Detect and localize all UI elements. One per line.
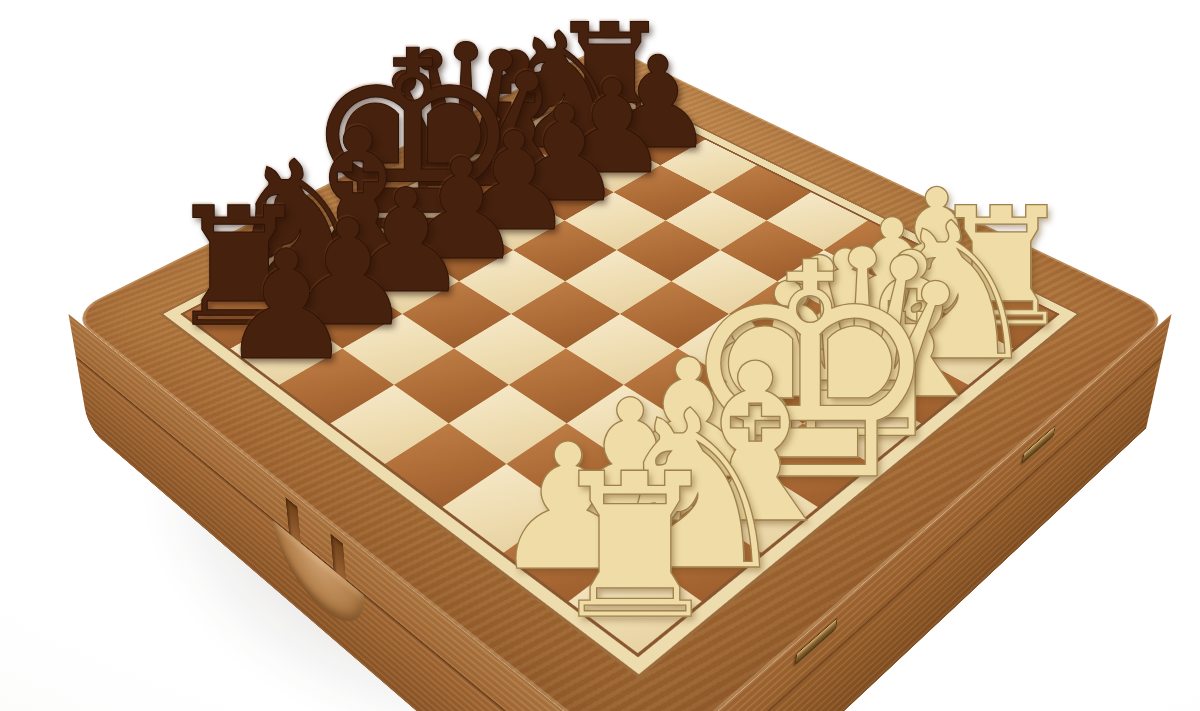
- square-e2: [685, 384, 803, 463]
- square-g3: [506, 423, 627, 507]
- square-e1: [749, 423, 870, 507]
- page-background: { "game": { "name": "chess", "set_type":…: [0, 0, 1200, 711]
- square-g1: [633, 506, 762, 600]
- square-h4: [385, 423, 506, 507]
- chess-box: [68, 44, 1171, 711]
- square-h2: [504, 506, 633, 600]
- square-f3: [567, 384, 685, 463]
- square-d1: [803, 384, 921, 463]
- square-h7: [231, 314, 343, 385]
- square-h1: [569, 552, 702, 652]
- square-h5: [331, 384, 449, 463]
- square-c2: [789, 314, 901, 385]
- square-f1: [693, 463, 818, 552]
- square-g2: [568, 463, 693, 552]
- square-e4: [566, 314, 678, 385]
- square-c1: [853, 348, 968, 423]
- square-f2: [628, 423, 749, 507]
- square-f5: [454, 314, 566, 385]
- square-d2: [739, 348, 854, 423]
- square-g4: [449, 384, 567, 463]
- square-f4: [509, 348, 624, 423]
- square-d3: [678, 314, 790, 385]
- scene: [0, 0, 1200, 711]
- square-e3: [624, 348, 739, 423]
- square-h3: [442, 463, 567, 552]
- square-h6: [279, 348, 394, 423]
- square-g6: [342, 314, 454, 385]
- square-g5: [394, 348, 509, 423]
- square-b1: [901, 314, 1013, 385]
